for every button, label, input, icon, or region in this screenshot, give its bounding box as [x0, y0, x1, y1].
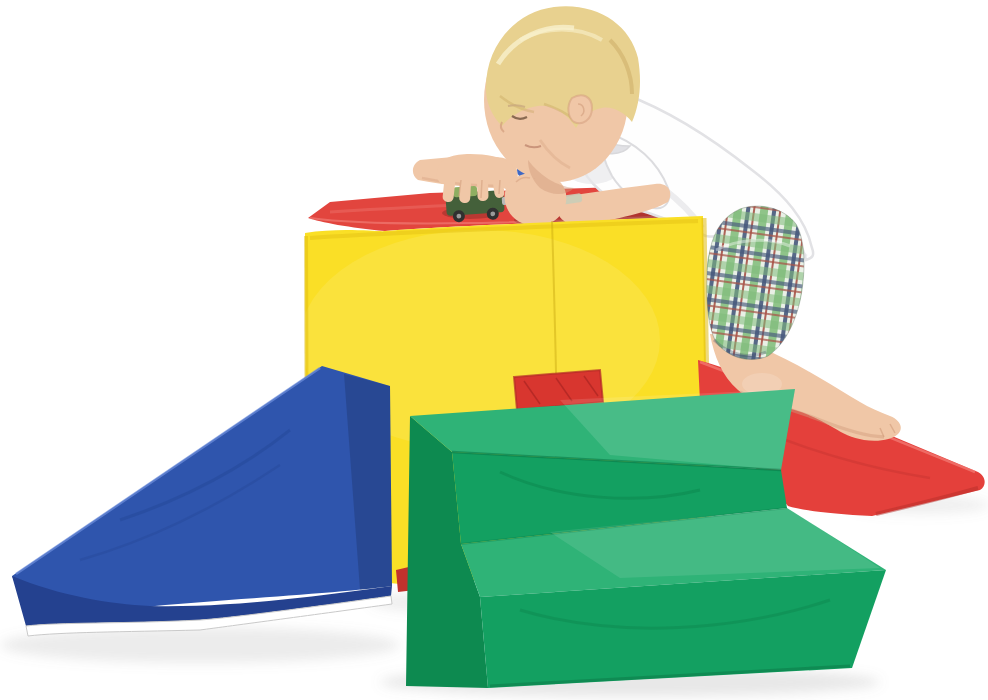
- soft-play-scene: [0, 0, 988, 700]
- product-photo: [0, 0, 988, 700]
- ear: [568, 95, 592, 123]
